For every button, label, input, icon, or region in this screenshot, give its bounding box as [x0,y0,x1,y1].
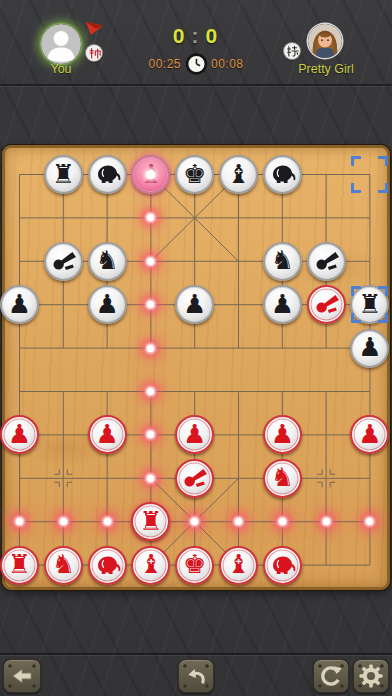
elephant-icon [269,552,296,579]
settings-button[interactable] [353,659,389,693]
piece-red-cannon[interactable] [307,285,346,324]
piece-red-horse[interactable]: ♞ [263,459,302,498]
piece-black-cannon[interactable] [44,242,83,281]
horse-glyph: ♞ [271,464,294,490]
match-header: You 0:0 00:25 00:08 [0,0,392,86]
rook-glyph: ♜ [139,508,162,534]
undo-button[interactable] [178,659,214,693]
elephant-icon [94,552,121,579]
advisor-glyph: ♝ [227,161,250,187]
red-general-char-icon [88,47,101,60]
pawn-glyph: ♟ [271,291,294,317]
piece-red-advisor[interactable]: ♝ [219,546,258,585]
piece-red-horse[interactable]: ♞ [44,546,83,585]
xiangqi-app-screen: You 0:0 00:25 00:08 [0,0,392,696]
undo-arrow-icon [183,663,209,689]
pawn-glyph: ♟ [183,421,206,447]
first-move-flag-icon [83,20,105,48]
pawn-glyph: ♟ [8,421,31,447]
piece-black-pawn[interactable]: ♟ [0,285,39,324]
piece-red-rook[interactable]: ♜ [0,546,39,585]
piece-black-pawn[interactable]: ♟ [350,329,389,368]
advisor-glyph: ♝ [139,551,162,577]
king-glyph: ♚ [183,551,206,577]
piece-black-horse[interactable]: ♞ [88,242,127,281]
piece-red-advisor[interactable]: ♝ [131,546,170,585]
horse-glyph: ♞ [271,247,294,273]
elephant-icon [94,161,121,188]
person-avatar-icon [41,24,81,64]
black-general-char-icon [286,45,299,58]
rook-glyph: ♜ [52,161,75,187]
clock-icon [185,53,207,75]
cannon-icon [181,465,208,492]
cannon-icon [313,291,340,318]
back-arrow-icon [9,663,35,689]
horse-glyph: ♞ [95,247,118,273]
toolbar-divider [0,653,392,655]
king-glyph: ♚ [183,161,206,187]
left-player-name: You [16,62,106,76]
score-left: 0 [173,24,187,47]
pawn-glyph: ♟ [271,421,294,447]
black-side-badge [284,43,300,59]
piece-black-advisor[interactable]: ♝ [219,155,258,194]
pawn-glyph: ♟ [358,421,381,447]
move-dot-g8[interactable] [279,518,286,525]
pawn-glyph: ♟ [8,291,31,317]
score-and-timers: 0:0 00:25 00:08 [148,24,243,75]
pawn-glyph: ♟ [95,291,118,317]
piece-red-king[interactable]: ♚ [175,546,214,585]
rotate-board-button[interactable] [313,659,349,693]
girl-avatar-image [308,24,342,58]
piece-red-elephant[interactable] [263,546,302,585]
right-player-timer: 00:08 [211,57,244,71]
red-side-badge [86,45,102,61]
move-dot-c8[interactable] [104,518,111,525]
rook-glyph: ♜ [8,551,31,577]
back-button[interactable] [3,659,41,693]
piece-black-elephant[interactable] [263,155,302,194]
advisor-glyph: ♝ [227,551,250,577]
piece-black-cannon[interactable] [307,242,346,281]
cannon-icon [50,248,77,275]
match-score: 0:0 [148,24,243,48]
piece-red-pawn[interactable]: ♟ [88,415,127,454]
pawn-glyph: ♟ [95,421,118,447]
move-dot-d4[interactable] [147,345,154,352]
left-player-timer: 00:25 [148,57,181,71]
piece-black-horse[interactable]: ♞ [263,242,302,281]
piece-red-pawn[interactable]: ♟ [263,415,302,454]
score-right: 0 [206,24,220,47]
pawn-glyph: ♟ [358,334,381,360]
xiangqi-board[interactable]: ♜♝♚♝♞♞♟♟♟♟♜♟♟♟♟♟♟♞♜♜♞♝♚♝ [2,145,390,590]
pawn-glyph: ♟ [183,291,206,317]
right-player-avatar[interactable] [308,24,342,58]
piece-red-elephant[interactable] [88,546,127,585]
move-dot-h8[interactable] [323,518,330,525]
refresh-rotate-icon [318,663,344,689]
gear-icon [358,663,384,689]
right-player-name: Pretty Girl [281,62,371,76]
score-separator: : [187,24,206,47]
cannon-icon [313,248,340,275]
piece-black-king[interactable]: ♚ [175,155,214,194]
rook-glyph: ♜ [358,291,381,317]
piece-black-elephant[interactable] [88,155,127,194]
piece-black-rook[interactable]: ♜ [44,155,83,194]
move-dot-b8[interactable] [60,518,67,525]
horse-glyph: ♞ [52,551,75,577]
elephant-icon [269,161,296,188]
piece-red-cannon[interactable] [175,459,214,498]
piece-black-pawn[interactable]: ♟ [263,285,302,324]
piece-black-pawn[interactable]: ♟ [88,285,127,324]
left-player-avatar[interactable] [41,24,81,64]
